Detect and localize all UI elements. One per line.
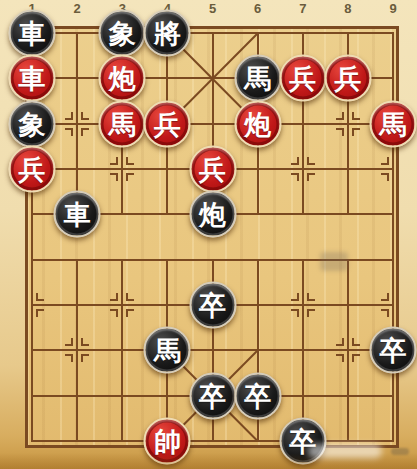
piece-red-horse[interactable]: 馬 [370,100,417,147]
piece-glyph: 卒 [244,382,271,409]
xiangqi-app: 123456789 車象將車炮馬兵兵象馬兵炮馬兵兵車炮卒馬卒卒卒帥卒 [0,0,417,469]
piece-black-soldier[interactable]: 卒 [189,281,236,328]
piece-glyph: 將 [154,20,181,47]
piece-red-soldier[interactable]: 兵 [279,55,326,102]
piece-glyph: 兵 [19,155,46,182]
piece-glyph: 馬 [109,110,136,137]
piece-red-general[interactable]: 帥 [144,417,191,464]
piece-black-horse[interactable]: 馬 [144,327,191,374]
piece-black-elephant[interactable]: 象 [99,10,146,57]
column-label-8: 8 [344,1,351,16]
piece-red-soldier[interactable]: 兵 [324,55,371,102]
piece-glyph: 炮 [244,110,271,137]
piece-glyph: 車 [19,65,46,92]
piece-black-soldier[interactable]: 卒 [370,327,417,374]
piece-black-chariot[interactable]: 車 [9,10,56,57]
piece-glyph: 象 [109,20,136,47]
column-label-7: 7 [299,1,306,16]
piece-black-elephant[interactable]: 象 [9,100,56,147]
piece-black-soldier[interactable]: 卒 [189,372,236,419]
piece-red-cannon[interactable]: 炮 [234,100,281,147]
piece-red-chariot[interactable]: 車 [9,55,56,102]
piece-glyph: 馬 [154,337,181,364]
piece-black-soldier[interactable]: 卒 [234,372,281,419]
column-label-9: 9 [389,1,396,16]
piece-glyph: 車 [19,20,46,47]
piece-glyph: 兵 [154,110,181,137]
piece-black-cannon[interactable]: 炮 [189,191,236,238]
column-label-2: 2 [74,1,81,16]
piece-glyph: 卒 [380,337,407,364]
piece-glyph: 象 [19,110,46,137]
piece-glyph: 卒 [199,382,226,409]
piece-glyph: 車 [64,201,91,228]
column-label-5: 5 [209,1,216,16]
piece-glyph: 卒 [199,291,226,318]
piece-glyph: 炮 [199,201,226,228]
piece-black-chariot[interactable]: 車 [54,191,101,238]
piece-red-soldier[interactable]: 兵 [9,145,56,192]
piece-black-horse[interactable]: 馬 [234,55,281,102]
piece-red-horse[interactable]: 馬 [99,100,146,147]
piece-glyph: 兵 [289,65,316,92]
piece-glyph: 兵 [334,65,361,92]
column-label-6: 6 [254,1,261,16]
piece-red-soldier[interactable]: 兵 [189,145,236,192]
piece-glyph: 馬 [380,110,407,137]
piece-glyph: 兵 [199,155,226,182]
piece-glyph: 卒 [289,427,316,454]
bottom-wood-shade [0,453,417,469]
piece-black-soldier[interactable]: 卒 [279,417,326,464]
piece-glyph: 帥 [154,427,181,454]
artifact-smudge [391,448,409,455]
piece-red-cannon[interactable]: 炮 [99,55,146,102]
piece-red-soldier[interactable]: 兵 [144,100,191,147]
piece-black-general[interactable]: 將 [144,10,191,57]
piece-glyph: 炮 [109,65,136,92]
piece-glyph: 馬 [244,65,271,92]
